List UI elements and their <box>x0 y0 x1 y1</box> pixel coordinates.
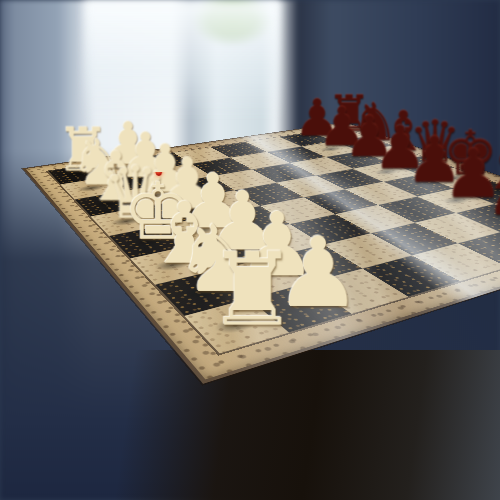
black-pawn[interactable]: ♟ <box>485 154 500 226</box>
king-amber-finial-icon <box>155 167 162 176</box>
white-rook[interactable]: ♜ <box>207 239 298 341</box>
chess-board-frame: ♜♟♟♜♞♟♟♞♝♟♟♝♛♟♟♛♚♟♟♚♝♟♟♝♞♟♟♞♜♟♟♜ <box>22 122 500 384</box>
board-scene: ♜♟♟♜♞♟♟♞♝♟♟♝♛♟♟♛♚♟♟♚♝♟♟♝♞♟♟♞♜♟♟♜ <box>0 0 500 500</box>
chess-board: ♜♟♟♜♞♟♟♞♝♟♟♝♛♟♟♛♚♟♟♚♝♟♟♝♞♟♟♞♜♟♟♜ <box>48 128 500 354</box>
